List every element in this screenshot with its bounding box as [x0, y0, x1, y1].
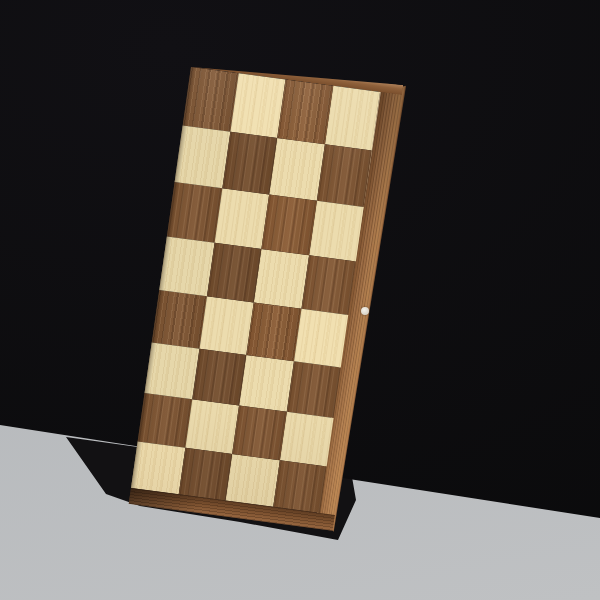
board-square-r6c2	[192, 348, 246, 405]
board-square-r6c3	[239, 354, 293, 411]
board-square-r5c1	[152, 290, 207, 348]
clasp-pin	[361, 307, 369, 315]
board-square-r7c2	[185, 399, 239, 454]
board-square-r5c4	[294, 309, 349, 367]
board-square-r3c2	[214, 188, 269, 249]
board-square-r3c3	[261, 194, 316, 255]
board-square-r1c2	[230, 73, 286, 137]
board-square-r3c1	[167, 181, 222, 242]
board-square-r5c2	[199, 296, 254, 354]
scene	[0, 0, 600, 600]
board-square-r4c3	[254, 249, 309, 309]
board-square-r1c1	[183, 67, 239, 131]
board-square-r7c4	[279, 411, 333, 466]
board-square-r4c1	[159, 236, 214, 296]
board-square-r2c4	[316, 144, 371, 207]
board-square-r4c2	[206, 243, 261, 303]
board-square-r4c4	[301, 255, 356, 315]
board-square-r2c2	[222, 131, 277, 194]
board-square-r8c3	[225, 454, 279, 507]
board-square-r8c1	[131, 441, 185, 494]
board-square-r2c3	[269, 137, 324, 200]
board-square-r3c4	[309, 200, 364, 261]
board-square-r6c4	[286, 361, 340, 418]
board-square-r2c1	[175, 125, 230, 188]
board-square-r6c1	[145, 342, 199, 399]
board-square-r5c3	[246, 302, 301, 360]
board-square-r8c4	[273, 460, 327, 513]
board-square-r7c1	[138, 392, 192, 447]
board-square-r1c3	[277, 80, 333, 144]
board-square-r8c2	[178, 448, 232, 501]
board-square-r7c3	[232, 405, 286, 460]
board-square-r1c4	[324, 86, 380, 150]
